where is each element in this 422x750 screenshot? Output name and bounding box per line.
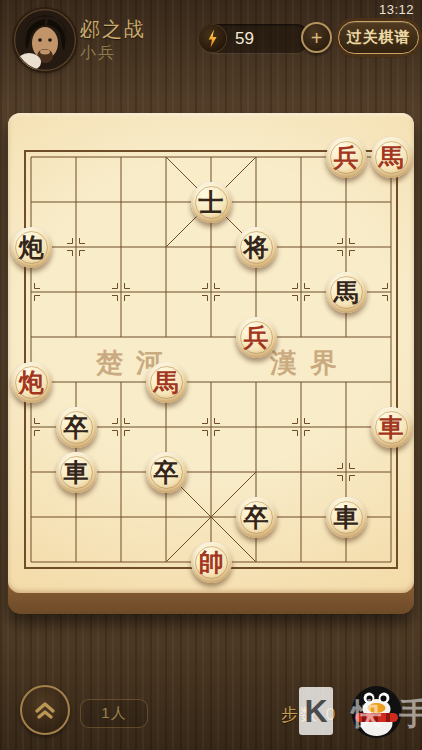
board-cell[interactable] [279,135,324,180]
board-cell[interactable] [99,135,144,180]
board-cell[interactable] [144,225,189,270]
board-cell[interactable] [9,180,54,225]
board-cell[interactable]: 兵 [234,315,279,360]
piece-black-馬[interactable]: 馬 [326,272,367,313]
piece-red-馬[interactable]: 馬 [146,362,187,403]
board-cell[interactable] [99,315,144,360]
board-grid: 兵馬士炮将馬兵炮馬卒車車卒卒車帥 [9,135,414,585]
kuaishou-watermark-tile: K [299,687,333,735]
board-cell[interactable] [144,135,189,180]
board-cell[interactable] [369,270,414,315]
board-cell[interactable] [99,405,144,450]
piece-red-車[interactable]: 車 [371,407,412,448]
piece-black-炮[interactable]: 炮 [11,227,52,268]
puzzle-records-button[interactable]: 过关棋谱 [338,21,419,54]
board-cell[interactable]: 馬 [144,360,189,405]
board-cell[interactable] [189,315,234,360]
energy-value: 59 [235,29,254,49]
board-cell[interactable] [54,180,99,225]
board-cell[interactable] [9,135,54,180]
board-cell[interactable]: 卒 [234,495,279,540]
board-cell[interactable] [324,405,369,450]
board-cell[interactable] [324,225,369,270]
board-cell[interactable] [99,180,144,225]
board-cell[interactable] [324,360,369,405]
piece-black-卒[interactable]: 卒 [146,452,187,493]
board-cell[interactable] [369,495,414,540]
board-cell[interactable] [189,405,234,450]
board-cell[interactable] [54,360,99,405]
board-cell[interactable] [144,405,189,450]
clock-time: 13:12 [379,2,414,17]
board-cell[interactable] [234,405,279,450]
expand-menu-button[interactable] [20,685,70,735]
board-cell[interactable]: 車 [369,405,414,450]
piece-black-卒[interactable]: 卒 [56,407,97,448]
board-cell[interactable] [279,180,324,225]
board-cell[interactable] [99,225,144,270]
board-cell[interactable] [189,135,234,180]
board-cell[interactable]: 士 [189,180,234,225]
board-cell[interactable] [324,315,369,360]
piece-black-卒[interactable]: 卒 [236,497,277,538]
board-cell[interactable] [54,315,99,360]
board-cell[interactable] [324,180,369,225]
board-cell[interactable] [189,450,234,495]
board-cell[interactable]: 車 [324,495,369,540]
piece-red-炮[interactable]: 炮 [11,362,52,403]
piece-red-兵[interactable]: 兵 [236,317,277,358]
board-cell[interactable] [9,450,54,495]
board-cell[interactable] [9,495,54,540]
board-cell[interactable]: 卒 [54,405,99,450]
board-cell[interactable]: 卒 [144,450,189,495]
board-cell[interactable] [369,315,414,360]
player-rank: 小兵 [80,43,116,64]
piece-red-帥[interactable]: 帥 [191,542,232,583]
players-count: 1人 [101,704,126,723]
board-cell[interactable] [189,360,234,405]
board-cell[interactable] [189,495,234,540]
energy-pill: 59 [198,24,310,53]
board-cell[interactable]: 帥 [189,540,234,585]
board-cell[interactable] [9,540,54,585]
board-cell[interactable] [9,270,54,315]
board-cell[interactable] [369,450,414,495]
board-cell[interactable]: 将 [234,225,279,270]
board-cell[interactable] [9,405,54,450]
board-cell[interactable] [144,540,189,585]
board-cell[interactable] [279,360,324,405]
board-cell[interactable] [279,405,324,450]
board-cell[interactable] [144,315,189,360]
plus-icon: + [311,27,323,49]
level-title: 邲之战 [80,16,146,43]
board-cell[interactable] [54,270,99,315]
board-cell[interactable]: 馬 [369,135,414,180]
board-cell[interactable]: 馬 [324,270,369,315]
lightning-icon [207,30,219,48]
board-cell[interactable]: 車 [54,450,99,495]
add-energy-button[interactable]: + [301,22,332,53]
board-cell[interactable] [189,270,234,315]
watermark-k: K [304,693,327,730]
avatar[interactable] [14,9,76,71]
board-cell[interactable] [279,270,324,315]
double-chevron-up-icon [30,695,60,725]
piece-black-車[interactable]: 車 [56,452,97,493]
board-cell[interactable] [369,225,414,270]
board-cell[interactable] [279,225,324,270]
piece-red-馬[interactable]: 馬 [371,137,412,178]
piece-black-車[interactable]: 車 [326,497,367,538]
board-cell[interactable]: 炮 [9,360,54,405]
energy-icon-circle [199,25,226,52]
board-cell[interactable] [54,225,99,270]
board-cell[interactable] [54,495,99,540]
board-cell[interactable] [324,540,369,585]
board-cell[interactable] [144,270,189,315]
board-cell[interactable] [369,540,414,585]
board-cell[interactable] [279,495,324,540]
board-cell[interactable] [234,180,279,225]
board-cell[interactable] [279,450,324,495]
board-cell[interactable] [369,360,414,405]
piece-black-士[interactable]: 士 [191,182,232,223]
board-cell[interactable]: 兵 [324,135,369,180]
board-cell[interactable] [234,450,279,495]
xiangqi-board: 楚河 漢界 兵馬士炮将馬兵炮馬卒車車卒卒車帥 [8,113,414,614]
piece-black-将[interactable]: 将 [236,227,277,268]
board-cell[interactable] [99,360,144,405]
warrior-portrait-icon [14,9,76,71]
board-cell[interactable] [189,225,234,270]
board-cell[interactable] [99,495,144,540]
board-cell[interactable] [144,495,189,540]
board-cell[interactable] [369,180,414,225]
board-cell[interactable] [234,540,279,585]
board-cell[interactable] [99,540,144,585]
board-cell[interactable] [144,180,189,225]
board-cell[interactable]: 炮 [9,225,54,270]
board-cell[interactable] [54,135,99,180]
kuaishou-watermark-text: 快手 [352,694,422,735]
board-cell[interactable] [324,450,369,495]
board-cell[interactable] [234,360,279,405]
piece-red-兵[interactable]: 兵 [326,137,367,178]
board-cell[interactable] [279,540,324,585]
players-count-pill[interactable]: 1人 [80,699,148,728]
board-cell[interactable] [99,270,144,315]
board-cell[interactable] [279,315,324,360]
board-cell[interactable] [54,540,99,585]
board-cell[interactable] [234,135,279,180]
board-cell[interactable] [234,270,279,315]
board-cell[interactable] [9,315,54,360]
board-cell[interactable] [99,450,144,495]
